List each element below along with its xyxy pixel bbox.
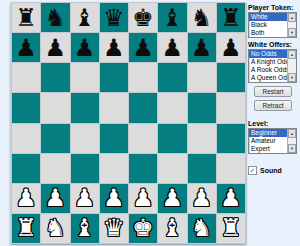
square-e1[interactable]: ♚ [129,214,157,243]
square-f6[interactable] [158,63,186,92]
square-g6[interactable] [188,63,216,92]
square-h1[interactable]: ♜ [217,214,245,243]
square-e4[interactable] [129,124,157,153]
square-g2[interactable]: ♟ [188,184,216,213]
black-pawn-piece[interactable]: ♟ [162,36,184,60]
white-knight-piece[interactable]: ♞ [191,216,213,240]
square-c7[interactable]: ♟ [71,33,99,62]
square-d5[interactable] [100,93,128,122]
square-f4[interactable] [158,124,186,153]
square-a6[interactable] [12,63,40,92]
square-b3[interactable] [41,154,69,183]
square-a7[interactable]: ♟ [12,33,40,62]
square-e8[interactable]: ♚ [129,3,157,32]
white-pawn-piece[interactable]: ♟ [162,186,184,210]
square-h3[interactable] [217,154,245,183]
square-f7[interactable]: ♟ [158,33,186,62]
square-b8[interactable]: ♞ [41,3,69,32]
square-c1[interactable]: ♝ [71,214,99,243]
sound-label: Sound [260,167,282,174]
square-b7[interactable]: ♟ [41,33,69,62]
listbox-option[interactable]: Beginner [249,129,287,137]
black-king-piece[interactable]: ♚ [132,6,154,30]
square-d1[interactable]: ♛ [100,214,128,243]
square-d8[interactable]: ♛ [100,3,128,32]
square-c5[interactable] [71,93,99,122]
player-token-label: Player Token: [248,4,298,11]
square-g8[interactable]: ♞ [188,3,216,32]
square-a2[interactable]: ♟ [12,184,40,213]
listbox-option[interactable]: No Odds [249,50,287,58]
square-d7[interactable]: ♟ [100,33,128,62]
square-f2[interactable]: ♟ [158,184,186,213]
white-offers-options[interactable]: No OddsA Knight OddsA Rook OddsA Queen O… [249,50,287,82]
square-d4[interactable] [100,124,128,153]
square-b4[interactable] [41,124,69,153]
white-offers-listbox[interactable]: No OddsA Knight OddsA Rook OddsA Queen O… [248,49,297,83]
square-c4[interactable] [71,124,99,153]
square-c3[interactable] [71,154,99,183]
scroll-down-icon[interactable]: ▼ [288,73,296,82]
square-d2[interactable]: ♟ [100,184,128,213]
white-pawn-piece[interactable]: ♟ [15,186,37,210]
white-pawn-piece[interactable]: ♟ [103,186,125,210]
square-a4[interactable] [12,124,40,153]
black-pawn-piece[interactable]: ♟ [15,36,37,60]
white-queen-piece[interactable]: ♛ [103,216,125,240]
square-d3[interactable] [100,154,128,183]
scroll-up-icon[interactable]: ▲ [288,50,296,59]
square-b5[interactable] [41,93,69,122]
scroll-up-icon[interactable]: ▲ [288,129,296,138]
white-pawn-piece[interactable]: ♟ [74,186,96,210]
square-b2[interactable]: ♟ [41,184,69,213]
square-g4[interactable] [188,124,216,153]
black-pawn-piece[interactable]: ♟ [220,36,242,60]
sound-option[interactable]: ✓ Sound [248,166,298,175]
square-f5[interactable] [158,93,186,122]
square-e7[interactable]: ♟ [129,33,157,62]
square-d6[interactable] [100,63,128,92]
chess-board[interactable]: ♜♞♝♛♚♝♞♜♟♟♟♟♟♟♟♟♟♟♟♟♟♟♟♟♜♞♝♛♚♝♞♜ [11,2,246,244]
square-g7[interactable]: ♟ [188,33,216,62]
black-pawn-piece[interactable]: ♟ [132,36,154,60]
settings-sidebar: Player Token: WhiteBlackBoth ▲ ▼ White O… [248,2,298,175]
square-c8[interactable]: ♝ [71,3,99,32]
scroll-up-icon[interactable]: ▲ [288,13,296,22]
white-pawn-piece[interactable]: ♟ [132,186,154,210]
square-c2[interactable]: ♟ [71,184,99,213]
square-g3[interactable] [188,154,216,183]
black-pawn-piece[interactable]: ♟ [103,36,125,60]
white-knight-piece[interactable]: ♞ [45,216,67,240]
square-h5[interactable] [217,93,245,122]
square-h8[interactable]: ♜ [217,3,245,32]
white-rook-piece[interactable]: ♜ [220,216,242,240]
square-e3[interactable] [129,154,157,183]
square-f3[interactable] [158,154,186,183]
listbox-option[interactable]: Both [249,29,287,37]
square-a8[interactable]: ♜ [12,3,40,32]
black-pawn-piece[interactable]: ♟ [191,36,213,60]
scroll-down-icon[interactable]: ▼ [288,144,296,153]
black-queen-piece[interactable]: ♛ [103,6,125,30]
white-rook-piece[interactable]: ♜ [15,216,37,240]
square-a1[interactable]: ♜ [12,214,40,243]
level-listbox[interactable]: BeginnerAmateurExpert ▲ ▼ [248,128,297,154]
square-e2[interactable]: ♟ [129,184,157,213]
black-rook-piece[interactable]: ♜ [220,6,242,30]
square-f1[interactable]: ♝ [158,214,186,243]
restart-button[interactable]: Restart [254,86,292,97]
square-c6[interactable] [71,63,99,92]
listbox-option[interactable]: Amateur [249,137,287,145]
black-knight-piece[interactable]: ♞ [191,6,213,30]
retract-button[interactable]: Retract [254,100,292,111]
square-h6[interactable] [217,63,245,92]
black-bishop-piece[interactable]: ♝ [74,6,96,30]
square-h2[interactable]: ♟ [217,184,245,213]
sound-checkbox[interactable]: ✓ [248,166,257,175]
black-pawn-piece[interactable]: ♟ [45,36,67,60]
square-h4[interactable] [217,124,245,153]
square-b1[interactable]: ♞ [41,214,69,243]
white-offers-scrollbar[interactable]: ▲ ▼ [287,50,296,82]
square-e6[interactable] [129,63,157,92]
level-scrollbar[interactable]: ▲ ▼ [287,129,296,153]
square-e5[interactable] [129,93,157,122]
white-bishop-piece[interactable]: ♝ [162,216,184,240]
square-g1[interactable]: ♞ [188,214,216,243]
listbox-option[interactable]: Black [249,21,287,29]
white-pawn-piece[interactable]: ♟ [191,186,213,210]
square-h7[interactable]: ♟ [217,33,245,62]
white-pawn-piece[interactable]: ♟ [45,186,67,210]
black-rook-piece[interactable]: ♜ [15,6,37,30]
black-knight-piece[interactable]: ♞ [45,6,67,30]
listbox-option[interactable]: A Knight Odds [249,58,287,66]
white-pawn-piece[interactable]: ♟ [220,186,242,210]
white-offers-label: White Offers: [248,41,298,48]
black-bishop-piece[interactable]: ♝ [162,6,184,30]
white-bishop-piece[interactable]: ♝ [74,216,96,240]
square-a3[interactable] [12,154,40,183]
square-g5[interactable] [188,93,216,122]
player-token-options[interactable]: WhiteBlackBoth [249,13,287,37]
listbox-option[interactable]: White [249,13,287,21]
player-token-scrollbar[interactable]: ▲ ▼ [287,13,296,37]
black-pawn-piece[interactable]: ♟ [74,36,96,60]
listbox-option[interactable]: A Rook Odds [249,66,287,74]
scroll-down-icon[interactable]: ▼ [288,28,296,37]
square-b6[interactable] [41,63,69,92]
square-a5[interactable] [12,93,40,122]
level-label: Level: [248,120,298,127]
player-token-listbox[interactable]: WhiteBlackBoth ▲ ▼ [248,12,297,38]
square-f8[interactable]: ♝ [158,3,186,32]
level-options[interactable]: BeginnerAmateurExpert [249,129,287,153]
white-king-piece[interactable]: ♚ [132,216,154,240]
listbox-option[interactable]: Expert [249,145,287,153]
listbox-option[interactable]: A Queen Odds [249,74,287,82]
